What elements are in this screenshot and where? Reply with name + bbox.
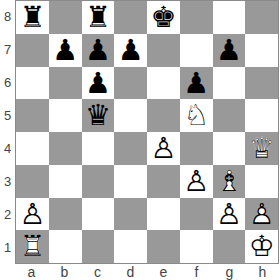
square-a8[interactable]: ♜ xyxy=(16,1,49,34)
piece-white-pawn: ♟♙ xyxy=(16,198,49,231)
square-c5[interactable]: ♛ xyxy=(82,99,115,132)
square-c6[interactable]: ♟ xyxy=(82,67,115,100)
chess-board: ♜♜♚♟♟♟♟♟♟♛♞♘♟♙♛♕♟♙♝♗♟♙♟♙♟♙♜♖♚♔ xyxy=(15,0,279,264)
piece-black-pawn: ♟ xyxy=(82,34,115,67)
square-g8[interactable] xyxy=(213,1,246,34)
square-d4[interactable] xyxy=(114,132,147,165)
square-a5[interactable] xyxy=(16,99,49,132)
square-d8[interactable] xyxy=(114,1,147,34)
square-h4[interactable]: ♛♕ xyxy=(245,132,278,165)
piece-black-king: ♚ xyxy=(147,1,180,34)
piece-white-pawn: ♟♙ xyxy=(180,165,213,198)
rank-label-4: 4 xyxy=(0,132,15,165)
rank-label-7: 7 xyxy=(0,33,15,66)
square-b4[interactable] xyxy=(49,132,82,165)
square-b7[interactable]: ♟ xyxy=(49,34,82,67)
square-f4[interactable] xyxy=(180,132,213,165)
square-f5[interactable]: ♞♘ xyxy=(180,99,213,132)
square-g2[interactable]: ♟♙ xyxy=(213,198,246,231)
square-h2[interactable]: ♟♙ xyxy=(245,198,278,231)
piece-black-pawn: ♟ xyxy=(180,67,213,100)
square-c1[interactable] xyxy=(82,230,115,263)
square-h8[interactable] xyxy=(245,1,278,34)
square-a4[interactable] xyxy=(16,132,49,165)
square-a1[interactable]: ♜♖ xyxy=(16,230,49,263)
square-b8[interactable] xyxy=(49,1,82,34)
piece-white-pawn: ♟♙ xyxy=(245,198,278,231)
rank-label-3: 3 xyxy=(0,165,15,198)
rank-label-8: 8 xyxy=(0,0,15,33)
square-g5[interactable] xyxy=(213,99,246,132)
square-e1[interactable] xyxy=(147,230,180,263)
square-c8[interactable]: ♜ xyxy=(82,1,115,34)
piece-white-queen: ♛♕ xyxy=(245,132,278,165)
square-f1[interactable] xyxy=(180,230,213,263)
square-d7[interactable]: ♟ xyxy=(114,34,147,67)
square-c2[interactable] xyxy=(82,198,115,231)
square-e7[interactable] xyxy=(147,34,180,67)
piece-black-pawn: ♟ xyxy=(114,34,147,67)
square-f8[interactable] xyxy=(180,1,213,34)
square-e8[interactable]: ♚ xyxy=(147,1,180,34)
square-d3[interactable] xyxy=(114,165,147,198)
square-f2[interactable] xyxy=(180,198,213,231)
square-c7[interactable]: ♟ xyxy=(82,34,115,67)
square-a6[interactable] xyxy=(16,67,49,100)
square-g1[interactable] xyxy=(213,230,246,263)
square-h5[interactable] xyxy=(245,99,278,132)
piece-black-rook: ♜ xyxy=(82,1,115,34)
rank-label-6: 6 xyxy=(0,66,15,99)
piece-white-king: ♚♔ xyxy=(245,230,278,263)
piece-white-rook: ♜♖ xyxy=(16,230,49,263)
square-g6[interactable] xyxy=(213,67,246,100)
file-label-e: e xyxy=(147,263,180,280)
piece-black-pawn: ♟ xyxy=(49,34,82,67)
square-h6[interactable] xyxy=(245,67,278,100)
square-d2[interactable] xyxy=(114,198,147,231)
square-e6[interactable] xyxy=(147,67,180,100)
square-c3[interactable] xyxy=(82,165,115,198)
file-label-b: b xyxy=(48,263,81,280)
board-grid: ♜♜♚♟♟♟♟♟♟♛♞♘♟♙♛♕♟♙♝♗♟♙♟♙♟♙♜♖♚♔ xyxy=(16,1,278,263)
piece-white-pawn: ♟♙ xyxy=(213,198,246,231)
square-e2[interactable] xyxy=(147,198,180,231)
square-g7[interactable]: ♟ xyxy=(213,34,246,67)
rank-label-5: 5 xyxy=(0,99,15,132)
file-label-c: c xyxy=(81,263,114,280)
square-d1[interactable] xyxy=(114,230,147,263)
piece-black-queen: ♛ xyxy=(82,99,115,132)
square-e4[interactable]: ♟♙ xyxy=(147,132,180,165)
file-label-a: a xyxy=(15,263,48,280)
square-h7[interactable] xyxy=(245,34,278,67)
piece-black-rook: ♜ xyxy=(16,1,49,34)
square-h3[interactable] xyxy=(245,165,278,198)
piece-white-knight: ♞♘ xyxy=(180,99,213,132)
piece-white-bishop: ♝♗ xyxy=(213,165,246,198)
square-f3[interactable]: ♟♙ xyxy=(180,165,213,198)
square-e5[interactable] xyxy=(147,99,180,132)
square-a7[interactable] xyxy=(16,34,49,67)
square-f7[interactable] xyxy=(180,34,213,67)
rank-label-1: 1 xyxy=(0,231,15,264)
square-g4[interactable] xyxy=(213,132,246,165)
square-b2[interactable] xyxy=(49,198,82,231)
piece-white-pawn: ♟♙ xyxy=(147,132,180,165)
file-label-g: g xyxy=(213,263,246,280)
square-g3[interactable]: ♝♗ xyxy=(213,165,246,198)
square-d6[interactable] xyxy=(114,67,147,100)
piece-black-pawn: ♟ xyxy=(213,34,246,67)
file-label-h: h xyxy=(246,263,279,280)
rank-labels: 87654321 xyxy=(0,0,15,264)
file-label-d: d xyxy=(114,263,147,280)
square-b1[interactable] xyxy=(49,230,82,263)
square-b5[interactable] xyxy=(49,99,82,132)
file-labels: abcdefgh xyxy=(15,263,279,280)
square-b6[interactable] xyxy=(49,67,82,100)
square-h1[interactable]: ♚♔ xyxy=(245,230,278,263)
square-a3[interactable] xyxy=(16,165,49,198)
square-a2[interactable]: ♟♙ xyxy=(16,198,49,231)
rank-label-2: 2 xyxy=(0,198,15,231)
piece-black-pawn: ♟ xyxy=(82,67,115,100)
square-f6[interactable]: ♟ xyxy=(180,67,213,100)
chess-diagram: 87654321 ♜♜♚♟♟♟♟♟♟♛♞♘♟♙♛♕♟♙♝♗♟♙♟♙♟♙♜♖♚♔ … xyxy=(0,0,280,280)
square-e3[interactable] xyxy=(147,165,180,198)
square-c4[interactable] xyxy=(82,132,115,165)
file-label-f: f xyxy=(180,263,213,280)
square-d5[interactable] xyxy=(114,99,147,132)
square-b3[interactable] xyxy=(49,165,82,198)
